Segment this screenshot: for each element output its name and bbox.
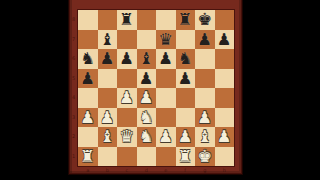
square-d5[interactable]: ♟ <box>137 69 157 89</box>
square-b6[interactable]: ♟ <box>98 49 118 69</box>
black-pawn: ♟ <box>156 49 176 69</box>
file-label-e: e <box>156 167 176 174</box>
file-label-h: h <box>215 167 235 174</box>
black-queen: ♛ <box>156 30 176 50</box>
file-label-g: g <box>195 167 215 174</box>
white-pawn: ♟ <box>98 108 118 128</box>
rank-label-3: 3 <box>70 108 77 128</box>
rank-label-5: 5 <box>70 69 77 89</box>
black-pawn: ♟ <box>195 30 215 50</box>
square-f1[interactable]: ♜ <box>176 147 196 167</box>
white-knight: ♞ <box>137 108 157 128</box>
square-h5[interactable] <box>215 69 235 89</box>
letterboxed-canvas: ♜♜♚♝♛♟♟♞♟♟♝♟♞♟♟♟♟♟♟♟♞♟♝♛♞♟♟♝♟♜♜♚ abcdefg… <box>0 0 320 180</box>
square-c5[interactable] <box>117 69 137 89</box>
square-a8[interactable] <box>78 10 98 30</box>
square-e6[interactable]: ♟ <box>156 49 176 69</box>
white-bishop: ♝ <box>195 127 215 147</box>
black-pawn: ♟ <box>215 30 235 50</box>
rank-label-1: 1 <box>70 147 77 167</box>
square-d3[interactable]: ♞ <box>137 108 157 128</box>
square-f7[interactable] <box>176 30 196 50</box>
square-e2[interactable]: ♟ <box>156 127 176 147</box>
square-a5[interactable]: ♟ <box>78 69 98 89</box>
square-e8[interactable] <box>156 10 176 30</box>
chessboard: ♜♜♚♝♛♟♟♞♟♟♝♟♞♟♟♟♟♟♟♟♞♟♝♛♞♟♟♝♟♜♜♚ <box>78 10 234 166</box>
square-c3[interactable] <box>117 108 137 128</box>
square-h6[interactable] <box>215 49 235 69</box>
black-king: ♚ <box>195 10 215 30</box>
rank-label-2: 2 <box>70 127 77 147</box>
square-d7[interactable] <box>137 30 157 50</box>
black-rook: ♜ <box>117 10 137 30</box>
white-pawn: ♟ <box>195 108 215 128</box>
white-pawn: ♟ <box>78 108 98 128</box>
white-pawn: ♟ <box>176 127 196 147</box>
square-d2[interactable]: ♞ <box>137 127 157 147</box>
white-pawn: ♟ <box>117 88 137 108</box>
white-pawn: ♟ <box>137 88 157 108</box>
square-f4[interactable] <box>176 88 196 108</box>
square-a2[interactable] <box>78 127 98 147</box>
square-h7[interactable]: ♟ <box>215 30 235 50</box>
square-b7[interactable]: ♝ <box>98 30 118 50</box>
square-e4[interactable] <box>156 88 176 108</box>
square-h4[interactable] <box>215 88 235 108</box>
square-g3[interactable]: ♟ <box>195 108 215 128</box>
rank-label-8: 8 <box>70 10 77 30</box>
black-bishop: ♝ <box>137 49 157 69</box>
file-label-a: a <box>78 167 98 174</box>
square-g5[interactable] <box>195 69 215 89</box>
black-pawn: ♟ <box>137 69 157 89</box>
white-king: ♚ <box>195 147 215 167</box>
white-pawn: ♟ <box>215 127 235 147</box>
square-g7[interactable]: ♟ <box>195 30 215 50</box>
square-a1[interactable]: ♜ <box>78 147 98 167</box>
square-b5[interactable] <box>98 69 118 89</box>
square-a7[interactable] <box>78 30 98 50</box>
square-g2[interactable]: ♝ <box>195 127 215 147</box>
square-h8[interactable] <box>215 10 235 30</box>
square-f5[interactable]: ♟ <box>176 69 196 89</box>
square-d8[interactable] <box>137 10 157 30</box>
square-g8[interactable]: ♚ <box>195 10 215 30</box>
square-f8[interactable]: ♜ <box>176 10 196 30</box>
square-c2[interactable]: ♛ <box>117 127 137 147</box>
rank-label-6: 6 <box>70 49 77 69</box>
black-pawn: ♟ <box>98 49 118 69</box>
square-c1[interactable] <box>117 147 137 167</box>
square-b4[interactable] <box>98 88 118 108</box>
black-pawn: ♟ <box>78 69 98 89</box>
black-bishop: ♝ <box>98 30 118 50</box>
square-b2[interactable]: ♝ <box>98 127 118 147</box>
file-coordinates: abcdefgh <box>78 167 234 174</box>
square-a3[interactable]: ♟ <box>78 108 98 128</box>
square-d1[interactable] <box>137 147 157 167</box>
rank-label-7: 7 <box>70 30 77 50</box>
file-label-b: b <box>98 167 118 174</box>
square-d4[interactable]: ♟ <box>137 88 157 108</box>
square-c8[interactable]: ♜ <box>117 10 137 30</box>
file-label-c: c <box>117 167 137 174</box>
black-knight: ♞ <box>176 49 196 69</box>
square-c4[interactable]: ♟ <box>117 88 137 108</box>
square-e1[interactable] <box>156 147 176 167</box>
square-e5[interactable] <box>156 69 176 89</box>
file-label-f: f <box>176 167 196 174</box>
white-bishop: ♝ <box>98 127 118 147</box>
square-g4[interactable] <box>195 88 215 108</box>
square-h1[interactable] <box>215 147 235 167</box>
rank-label-4: 4 <box>70 88 77 108</box>
square-f6[interactable]: ♞ <box>176 49 196 69</box>
square-c6[interactable]: ♟ <box>117 49 137 69</box>
square-b8[interactable] <box>98 10 118 30</box>
square-b3[interactable]: ♟ <box>98 108 118 128</box>
square-h2[interactable]: ♟ <box>215 127 235 147</box>
white-queen: ♛ <box>117 127 137 147</box>
rank-coordinates: 87654321 <box>70 10 77 166</box>
square-c7[interactable] <box>117 30 137 50</box>
square-e3[interactable] <box>156 108 176 128</box>
square-g1[interactable]: ♚ <box>195 147 215 167</box>
square-f2[interactable]: ♟ <box>176 127 196 147</box>
white-rook: ♜ <box>176 147 196 167</box>
square-d6[interactable]: ♝ <box>137 49 157 69</box>
white-pawn: ♟ <box>156 127 176 147</box>
white-knight: ♞ <box>137 127 157 147</box>
square-a4[interactable] <box>78 88 98 108</box>
square-e7[interactable]: ♛ <box>156 30 176 50</box>
white-rook: ♜ <box>78 147 98 167</box>
black-pawn: ♟ <box>117 49 137 69</box>
file-label-d: d <box>137 167 157 174</box>
square-h3[interactable] <box>215 108 235 128</box>
black-knight: ♞ <box>78 49 98 69</box>
black-pawn: ♟ <box>176 69 196 89</box>
square-f3[interactable] <box>176 108 196 128</box>
square-b1[interactable] <box>98 147 118 167</box>
square-a6[interactable]: ♞ <box>78 49 98 69</box>
black-rook: ♜ <box>176 10 196 30</box>
square-g6[interactable] <box>195 49 215 69</box>
